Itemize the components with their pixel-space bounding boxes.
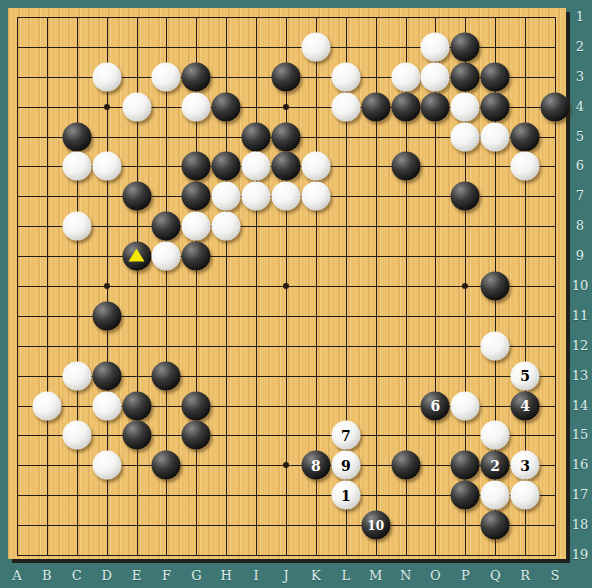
row-label: 13 bbox=[568, 367, 592, 385]
star-point bbox=[283, 283, 289, 289]
stone-white[interactable] bbox=[32, 391, 61, 420]
row-label: 15 bbox=[568, 426, 592, 444]
star-point bbox=[283, 462, 289, 468]
stone-white[interactable] bbox=[511, 481, 540, 510]
star-point bbox=[462, 283, 468, 289]
stone-white[interactable] bbox=[62, 421, 91, 450]
column-label: P bbox=[454, 567, 476, 585]
stone-black[interactable] bbox=[272, 152, 301, 181]
row-label: 9 bbox=[568, 247, 592, 265]
stone-white[interactable]: 3 bbox=[511, 451, 540, 480]
row-label: 10 bbox=[568, 277, 592, 295]
column-label: R bbox=[514, 567, 536, 585]
stone-white[interactable] bbox=[301, 32, 330, 61]
stone-white[interactable] bbox=[62, 361, 91, 390]
stone-white[interactable] bbox=[481, 421, 510, 450]
row-label: 14 bbox=[568, 397, 592, 415]
stone-white[interactable] bbox=[92, 391, 121, 420]
column-label: J bbox=[275, 567, 297, 585]
stone-black[interactable] bbox=[62, 122, 91, 151]
column-label: S bbox=[544, 567, 566, 585]
stone-black[interactable] bbox=[541, 92, 570, 121]
move-number-label: 4 bbox=[520, 399, 530, 413]
stone-white[interactable]: 7 bbox=[331, 421, 360, 450]
stone-white[interactable]: 9 bbox=[331, 451, 360, 480]
row-label: 2 bbox=[568, 38, 592, 56]
stone-black[interactable]: 4 bbox=[511, 391, 540, 420]
stone-black[interactable] bbox=[122, 421, 151, 450]
stone-black[interactable] bbox=[182, 152, 211, 181]
stone-black[interactable] bbox=[182, 62, 211, 91]
stone-black[interactable] bbox=[391, 152, 420, 181]
column-label: Q bbox=[484, 567, 506, 585]
move-number-label: 8 bbox=[311, 458, 321, 472]
row-label: 5 bbox=[568, 128, 592, 146]
column-label: B bbox=[36, 567, 58, 585]
stone-black[interactable] bbox=[361, 92, 390, 121]
stone-black[interactable] bbox=[212, 92, 241, 121]
stone-white[interactable] bbox=[152, 242, 181, 271]
move-number-label: 9 bbox=[341, 458, 351, 472]
stone-black[interactable] bbox=[152, 361, 181, 390]
stone-black[interactable] bbox=[272, 62, 301, 91]
stone-white[interactable] bbox=[481, 331, 510, 360]
move-number-label: 6 bbox=[431, 399, 441, 413]
column-label: K bbox=[305, 567, 327, 585]
stone-black[interactable] bbox=[152, 451, 181, 480]
stone-white[interactable]: 5 bbox=[511, 361, 540, 390]
stone-black[interactable] bbox=[481, 511, 510, 540]
stone-white[interactable] bbox=[481, 481, 510, 510]
stone-white[interactable] bbox=[92, 62, 121, 91]
row-label: 6 bbox=[568, 157, 592, 175]
row-label: 16 bbox=[568, 456, 592, 474]
column-label: M bbox=[365, 567, 387, 585]
stone-black[interactable] bbox=[242, 122, 271, 151]
move-number-label: 3 bbox=[520, 458, 530, 472]
stone-black[interactable] bbox=[451, 32, 480, 61]
stone-white[interactable] bbox=[391, 62, 420, 91]
column-label: A bbox=[6, 567, 28, 585]
column-label: D bbox=[96, 567, 118, 585]
stone-black[interactable] bbox=[92, 301, 121, 330]
column-label: F bbox=[155, 567, 177, 585]
stone-black[interactable] bbox=[481, 272, 510, 301]
stone-white[interactable] bbox=[421, 62, 450, 91]
column-label: I bbox=[245, 567, 267, 585]
stone-black[interactable] bbox=[182, 182, 211, 211]
stone-black[interactable] bbox=[182, 242, 211, 271]
stone-white[interactable] bbox=[451, 391, 480, 420]
stone-black[interactable]: 6 bbox=[421, 391, 450, 420]
stone-white[interactable] bbox=[212, 182, 241, 211]
stone-black[interactable] bbox=[451, 182, 480, 211]
stone-black[interactable] bbox=[451, 451, 480, 480]
stone-white[interactable] bbox=[451, 122, 480, 151]
stone-white[interactable] bbox=[301, 182, 330, 211]
stone-white[interactable] bbox=[301, 152, 330, 181]
row-label: 18 bbox=[568, 516, 592, 534]
row-label: 8 bbox=[568, 217, 592, 235]
stone-white[interactable] bbox=[242, 152, 271, 181]
stone-black[interactable]: 10 bbox=[361, 511, 390, 540]
move-number-label: 2 bbox=[490, 458, 500, 472]
row-label: 12 bbox=[568, 337, 592, 355]
column-label: N bbox=[395, 567, 417, 585]
stone-white[interactable] bbox=[92, 152, 121, 181]
row-label: 3 bbox=[568, 68, 592, 86]
stone-white[interactable] bbox=[62, 152, 91, 181]
stone-black[interactable] bbox=[511, 122, 540, 151]
row-label: 7 bbox=[568, 187, 592, 205]
stone-white[interactable] bbox=[331, 92, 360, 121]
stone-black[interactable] bbox=[481, 92, 510, 121]
row-label: 17 bbox=[568, 486, 592, 504]
stone-black[interactable] bbox=[152, 212, 181, 241]
stone-white[interactable] bbox=[212, 212, 241, 241]
star-point bbox=[283, 104, 289, 110]
stone-black[interactable] bbox=[122, 242, 151, 271]
stone-black[interactable]: 2 bbox=[481, 451, 510, 480]
stone-black[interactable] bbox=[92, 361, 121, 390]
stone-white[interactable] bbox=[421, 32, 450, 61]
stone-black[interactable] bbox=[122, 182, 151, 211]
stone-black[interactable] bbox=[481, 62, 510, 91]
stone-white[interactable] bbox=[152, 62, 181, 91]
move-number-label: 1 bbox=[341, 488, 351, 502]
stone-white[interactable]: 1 bbox=[331, 481, 360, 510]
move-number-label: 7 bbox=[341, 428, 351, 442]
column-label: C bbox=[66, 567, 88, 585]
star-point bbox=[104, 283, 110, 289]
stone-black[interactable] bbox=[182, 421, 211, 450]
move-number-label: 5 bbox=[520, 369, 530, 383]
stone-black[interactable] bbox=[451, 62, 480, 91]
star-point bbox=[104, 104, 110, 110]
go-diagram-screen: 56478923110ABCDEFGHIJKLMNOPQRS1234567891… bbox=[0, 0, 592, 588]
row-label: 11 bbox=[568, 307, 592, 325]
stone-black[interactable]: 8 bbox=[301, 451, 330, 480]
stone-white[interactable] bbox=[182, 92, 211, 121]
stone-black[interactable] bbox=[212, 152, 241, 181]
stone-black[interactable] bbox=[122, 391, 151, 420]
triangle-marker-icon bbox=[129, 249, 145, 262]
stone-black[interactable] bbox=[391, 451, 420, 480]
column-label: O bbox=[424, 567, 446, 585]
row-label: 4 bbox=[568, 98, 592, 116]
stone-white[interactable] bbox=[272, 182, 301, 211]
column-label: H bbox=[215, 567, 237, 585]
move-number-label: 10 bbox=[367, 519, 384, 531]
stone-white[interactable] bbox=[451, 92, 480, 121]
row-label: 19 bbox=[568, 546, 592, 564]
stone-white[interactable] bbox=[182, 212, 211, 241]
stone-white[interactable] bbox=[331, 62, 360, 91]
stone-black[interactable] bbox=[391, 92, 420, 121]
stone-black[interactable] bbox=[421, 92, 450, 121]
stone-white[interactable] bbox=[122, 92, 151, 121]
column-label: G bbox=[185, 567, 207, 585]
stone-black[interactable] bbox=[182, 391, 211, 420]
stone-white[interactable] bbox=[481, 122, 510, 151]
stone-white[interactable] bbox=[92, 451, 121, 480]
column-label: E bbox=[126, 567, 148, 585]
column-label: L bbox=[335, 567, 357, 585]
stone-black[interactable] bbox=[451, 481, 480, 510]
stone-white[interactable] bbox=[511, 152, 540, 181]
row-label: 1 bbox=[568, 8, 592, 26]
stone-black[interactable] bbox=[272, 122, 301, 151]
stone-white[interactable] bbox=[242, 182, 271, 211]
stone-white[interactable] bbox=[62, 212, 91, 241]
